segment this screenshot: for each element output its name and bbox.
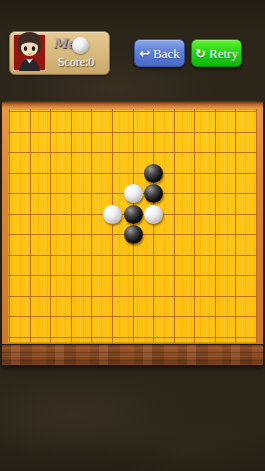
- grid-line-vertical: [30, 109, 31, 343]
- stone-black: [144, 164, 163, 183]
- grid-line-vertical: [235, 109, 236, 343]
- grid-line-vertical: [153, 109, 154, 343]
- retry-button-label: Retry: [209, 47, 238, 60]
- stone-white: [124, 184, 143, 203]
- back-button[interactable]: ↩ Back: [134, 39, 185, 67]
- player-card: Me Score:0: [9, 31, 110, 75]
- grid-line-horizontal: [8, 111, 257, 112]
- grid-line-vertical: [215, 109, 216, 343]
- grid-line-horizontal: [8, 152, 257, 153]
- grid-line-vertical: [112, 109, 113, 343]
- white-stone-icon: [72, 37, 89, 54]
- grid-line-horizontal: [8, 337, 257, 338]
- stone-black: [124, 225, 143, 244]
- board: [2, 101, 263, 365]
- grid-line-vertical: [50, 109, 51, 343]
- grid-line-horizontal: [8, 173, 257, 174]
- grid-line-vertical: [9, 109, 10, 343]
- grid-line-horizontal: [8, 132, 257, 133]
- grid-line-vertical: [91, 109, 92, 343]
- grid-line-vertical: [174, 109, 175, 343]
- game-screen: Me Score:0 ↩ Back ↻ Retry: [0, 0, 265, 471]
- stone-black: [124, 205, 143, 224]
- grid-line-vertical: [256, 109, 257, 343]
- board-bottom-edge: [2, 344, 263, 365]
- grid-line-horizontal: [8, 296, 257, 297]
- stone-black: [144, 184, 163, 203]
- grid-line-horizontal: [8, 255, 257, 256]
- back-button-label: Back: [153, 47, 180, 60]
- grid-line-horizontal: [8, 275, 257, 276]
- retry-button[interactable]: ↻ Retry: [191, 39, 242, 67]
- grid-line-vertical: [194, 109, 195, 343]
- stone-white: [144, 205, 163, 224]
- board-grid[interactable]: [8, 109, 257, 343]
- grid-line-vertical: [71, 109, 72, 343]
- retry-refresh-icon: ↻: [195, 47, 206, 60]
- grid-line-horizontal: [8, 316, 257, 317]
- stone-white: [103, 205, 122, 224]
- player-avatar: [13, 30, 46, 71]
- back-arrow-icon: ↩: [139, 47, 150, 60]
- player-score: Score:0: [46, 55, 106, 70]
